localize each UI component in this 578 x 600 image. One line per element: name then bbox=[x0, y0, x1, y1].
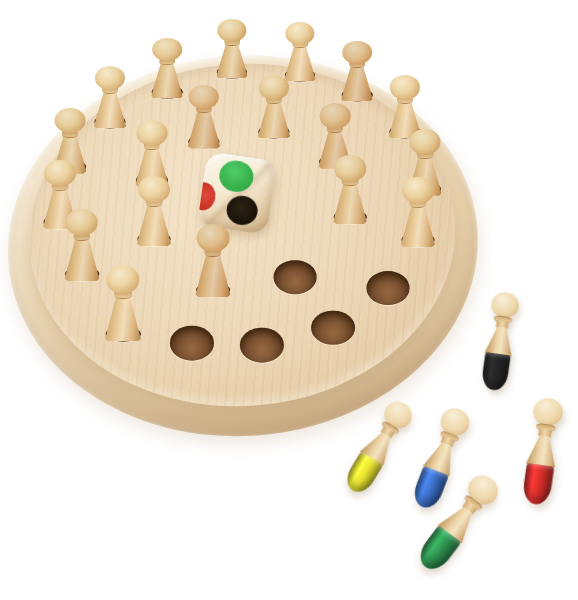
peg-head bbox=[152, 38, 182, 61]
peg-i5[interactable] bbox=[195, 216, 232, 297]
peg-body bbox=[137, 205, 171, 246]
peg-head bbox=[334, 155, 366, 181]
peg-body bbox=[151, 63, 182, 99]
red-tip bbox=[521, 463, 554, 506]
peg-o3[interactable] bbox=[340, 34, 373, 101]
peg-head bbox=[66, 209, 99, 237]
peg-body bbox=[196, 254, 231, 297]
peg-body bbox=[65, 238, 100, 281]
peg-body bbox=[94, 92, 126, 129]
black-tip bbox=[480, 352, 510, 392]
peg-head bbox=[189, 85, 219, 110]
peg-head bbox=[259, 75, 289, 99]
hole-o7[interactable] bbox=[367, 271, 410, 305]
peg-o6[interactable] bbox=[400, 169, 436, 247]
peg-o11[interactable] bbox=[104, 257, 142, 341]
hole-o9[interactable] bbox=[240, 328, 284, 363]
peg-i8[interactable] bbox=[187, 78, 221, 148]
peg-body bbox=[258, 101, 290, 138]
peg-head bbox=[490, 290, 520, 319]
peg-o16[interactable] bbox=[150, 32, 183, 99]
peg-i6[interactable] bbox=[136, 168, 172, 246]
peg-head bbox=[138, 176, 170, 203]
peg-body bbox=[216, 43, 247, 78]
peg-head bbox=[532, 396, 565, 427]
peg-o12[interactable] bbox=[64, 201, 101, 281]
peg-head bbox=[106, 265, 139, 294]
peg-head bbox=[197, 224, 230, 252]
scene bbox=[0, 0, 578, 600]
peg-head bbox=[342, 41, 372, 64]
hole-o10[interactable] bbox=[170, 326, 214, 361]
peg-head bbox=[390, 75, 420, 99]
peg-head bbox=[402, 177, 434, 204]
peg-head bbox=[95, 66, 125, 90]
peg-o15[interactable] bbox=[93, 59, 127, 128]
peg-head bbox=[285, 22, 314, 45]
peg-head bbox=[55, 108, 86, 133]
peg-head bbox=[136, 120, 167, 146]
peg-head bbox=[320, 103, 351, 128]
hole-i4[interactable] bbox=[274, 260, 317, 294]
peg-body bbox=[105, 296, 141, 341]
peg-i1[interactable] bbox=[257, 69, 291, 139]
peg-head bbox=[409, 129, 440, 155]
peg-head bbox=[44, 160, 76, 187]
peg-i3[interactable] bbox=[332, 148, 368, 224]
peg-o1[interactable] bbox=[216, 13, 249, 78]
peg-body bbox=[401, 205, 435, 247]
peg-head bbox=[217, 19, 246, 42]
peg-body bbox=[188, 111, 220, 149]
hole-o8[interactable] bbox=[311, 311, 355, 345]
peg-body bbox=[333, 183, 367, 224]
